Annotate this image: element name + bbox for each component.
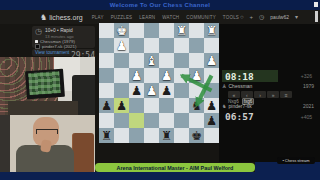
white-color-icon <box>35 40 38 43</box>
board-square[interactable]: ♜ <box>204 23 219 38</box>
white-player-row[interactable]: ♙ Chessman 1979 <box>222 83 314 89</box>
white-pawn-icon: ♙ <box>222 84 226 89</box>
black-clock-time: 06:57 <box>225 111 254 122</box>
streamer-title-banner: Arena International Master - AIM Paul We… <box>95 163 255 172</box>
black-player-name: pinder7-sk <box>228 103 251 109</box>
stream-badge[interactable]: • Chess stream <box>277 157 315 164</box>
board-square[interactable] <box>189 83 204 98</box>
first-move-button[interactable]: « <box>228 91 240 98</box>
white-pawn: ♟ <box>206 53 217 68</box>
last-move-button[interactable]: » <box>267 91 279 98</box>
board-square[interactable] <box>189 113 204 128</box>
board-square[interactable] <box>114 53 129 68</box>
board-square[interactable] <box>189 38 204 53</box>
board-square[interactable]: ♟ <box>159 83 174 98</box>
menu-button[interactable]: ≡ <box>280 91 292 98</box>
challenge-icon[interactable]: + <box>250 14 254 20</box>
white-player-name: Chessman <box>228 83 252 89</box>
time-control: 10+0 • Rapid <box>45 28 74 34</box>
white-pawn: ♟ <box>116 38 127 53</box>
scrollbar-thumb[interactable] <box>315 11 318 22</box>
board-square[interactable] <box>174 128 189 143</box>
black-pawn: ♟ <box>116 98 127 113</box>
white-clock: 08:18 <box>222 70 278 82</box>
doorway <box>0 115 10 172</box>
nav-item-tools[interactable]: Tools <box>223 15 239 20</box>
webcam-face-feed <box>0 115 95 172</box>
board-square[interactable] <box>129 23 144 38</box>
board-square[interactable] <box>174 83 189 98</box>
board-square[interactable] <box>99 83 114 98</box>
bottom-right-block <box>255 162 320 180</box>
webcam-room-feed <box>0 57 95 115</box>
nav-item-play[interactable]: Play <box>92 15 104 20</box>
speed-icon: ◷ <box>35 28 42 36</box>
top-banner: Welcome To Our Chess Channel <box>0 0 320 10</box>
white-rook: ♜ <box>206 23 217 38</box>
white-clock-time: 08:18 <box>225 71 254 82</box>
black-king: ♚ <box>191 128 202 143</box>
board-square[interactable] <box>204 68 219 83</box>
board-square[interactable]: ♟ <box>204 53 219 68</box>
board-square[interactable]: ♟ <box>204 113 219 128</box>
game-meta-header: ◷ 10+0 • Rapid 13 minutes ago <box>35 28 92 39</box>
board-square[interactable]: ♟ <box>129 68 144 83</box>
badge-text: Chess stream <box>285 158 310 163</box>
board-square[interactable] <box>174 53 189 68</box>
black-knight-icon: ♞ <box>222 104 226 109</box>
white-player-rating: 1979 <box>303 83 314 89</box>
board-square[interactable] <box>129 113 144 128</box>
white-pawn: ♟ <box>131 68 142 83</box>
nav-item-learn[interactable]: Learn <box>139 15 155 20</box>
board-square[interactable] <box>144 68 159 83</box>
navbar: ♞ lichess.org PlayPuzzlesLearnWatchCommu… <box>0 10 320 24</box>
board-square[interactable] <box>129 98 144 113</box>
desk <box>8 101 78 115</box>
board-square[interactable]: ♚ <box>189 128 204 143</box>
black-pawn: ♟ <box>161 83 172 98</box>
board-square[interactable] <box>159 23 174 38</box>
board-square[interactable] <box>129 53 144 68</box>
white-pawn: ♟ <box>191 68 202 83</box>
white-rook: ♜ <box>176 23 187 38</box>
board-square[interactable]: ♟ <box>129 83 144 98</box>
white-pawn: ♟ <box>161 68 172 83</box>
black-clock: 06:57 <box>222 110 278 122</box>
board-square[interactable] <box>144 128 159 143</box>
board-square[interactable] <box>159 113 174 128</box>
black-pawn: ♟ <box>206 113 217 128</box>
board-square[interactable] <box>174 113 189 128</box>
board-square[interactable] <box>99 38 114 53</box>
username-button[interactable]: paulw62 <box>270 14 289 20</box>
black-player-row[interactable]: ♞ pinder7-sk 2021 <box>222 103 314 109</box>
top-banner-text: Welcome To Our Chess Channel <box>110 2 211 8</box>
board-square[interactable] <box>204 128 219 143</box>
user-caret-icon[interactable]: ▾ <box>295 14 298 20</box>
board-square[interactable] <box>114 68 129 83</box>
lichess-logo-text: lichess.org <box>49 14 82 21</box>
board-square[interactable] <box>99 53 114 68</box>
board-square[interactable] <box>204 38 219 53</box>
prev-move-button[interactable]: ‹ <box>241 91 253 98</box>
board-square[interactable]: ♟ <box>114 98 129 113</box>
wooden-chair <box>72 133 94 172</box>
chess-board[interactable]: ♚♜♜♟♝♟♟♟♟♟♟♟♟♟♞♟♟♜♜♚ <box>99 23 219 143</box>
nav-item-community[interactable]: Community <box>186 15 216 20</box>
board-square[interactable]: ♜ <box>99 128 114 143</box>
last-move-highlight <box>129 113 144 128</box>
black-rook: ♜ <box>101 128 112 143</box>
lichess-knight-icon: ♞ <box>40 13 47 22</box>
monitor-chessboard-screen <box>28 71 60 95</box>
board-square[interactable] <box>189 23 204 38</box>
navbar-menu: PlayPuzzlesLearnWatchCommunityTools <box>92 15 239 20</box>
board-square[interactable] <box>129 128 144 143</box>
board-square[interactable] <box>99 68 114 83</box>
board-square[interactable] <box>114 83 129 98</box>
board-square[interactable] <box>114 128 129 143</box>
black-clock-aux: +405 <box>282 114 312 120</box>
game-meta-card: ◷ 10+0 • Rapid 13 minutes ago Chessman (… <box>32 26 95 48</box>
white-clock-aux: +326 <box>282 73 312 79</box>
streamer-glasses <box>36 129 58 134</box>
navbar-right: ○ + ◷ paulw62 ▾ <box>240 14 298 20</box>
board-square[interactable]: ♜ <box>159 128 174 143</box>
board-square[interactable] <box>144 113 159 128</box>
board-square[interactable]: ♟ <box>159 68 174 83</box>
black-player-rating: 2021 <box>303 103 314 109</box>
board-square[interactable]: ♟ <box>114 38 129 53</box>
white-king: ♚ <box>116 23 127 38</box>
black-knight: ♞ <box>191 98 202 113</box>
board-square[interactable]: ♜ <box>174 23 189 38</box>
stream-close-dot[interactable] <box>314 2 318 7</box>
board-square[interactable]: ♟ <box>189 68 204 83</box>
black-rook: ♜ <box>161 128 172 143</box>
board-square[interactable] <box>159 98 174 113</box>
board-square[interactable] <box>144 98 159 113</box>
black-pawn: ♟ <box>101 98 112 113</box>
board-square[interactable]: ♟ <box>99 98 114 113</box>
board-square[interactable] <box>129 38 144 53</box>
board-square[interactable]: ♞ <box>189 98 204 113</box>
board-square[interactable] <box>144 38 159 53</box>
nav-item-puzzles[interactable]: Puzzles <box>111 15 133 20</box>
board-square[interactable] <box>174 68 189 83</box>
board-square[interactable] <box>144 23 159 38</box>
white-pawn: ♟ <box>146 83 157 98</box>
next-move-button[interactable]: › <box>254 91 266 98</box>
badge-dot: • <box>282 158 283 163</box>
board-square[interactable] <box>159 38 174 53</box>
board-square[interactable]: ♚ <box>114 23 129 38</box>
board-square[interactable] <box>189 53 204 68</box>
clock-icon[interactable]: ◷ <box>259 14 264 20</box>
move-nav-buttons: «‹›»≡ <box>228 91 292 98</box>
board-square[interactable] <box>99 113 114 128</box>
black-pawn: ♟ <box>206 98 217 113</box>
board-square[interactable] <box>174 98 189 113</box>
stream-frame: Welcome To Our Chess Channel ♞ lichess.o… <box>0 0 320 180</box>
board-square[interactable]: ♟ <box>204 98 219 113</box>
board-square[interactable] <box>204 83 219 98</box>
lichess-logo[interactable]: ♞ lichess.org <box>40 13 83 22</box>
search-icon[interactable]: ○ <box>240 14 244 20</box>
board-square[interactable] <box>174 38 189 53</box>
board-square[interactable] <box>159 53 174 68</box>
board-square[interactable] <box>99 23 114 38</box>
black-pawn: ♟ <box>131 83 142 98</box>
board-square[interactable] <box>114 113 129 128</box>
nav-item-watch[interactable]: Watch <box>162 15 179 20</box>
streamer-title-text: Arena International Master - AIM Paul We… <box>117 165 234 171</box>
monitor <box>25 69 65 100</box>
white-bishop: ♝ <box>146 53 157 68</box>
board-square[interactable]: ♝ <box>144 53 159 68</box>
board-square[interactable]: ♟ <box>144 83 159 98</box>
